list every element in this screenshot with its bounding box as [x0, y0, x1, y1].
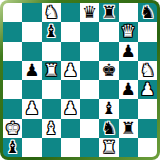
- square-h8[interactable]: ♞: [138, 3, 157, 22]
- piece-white-pawn[interactable]: ♟: [63, 61, 78, 78]
- piece-black-bishop[interactable]: ♝: [44, 23, 59, 40]
- square-c4[interactable]: [42, 80, 61, 99]
- chess-board: ♞♛♜♞♝♛♟♟♜♟♚♞♟♟♟♟♝♚♝♞♜♝♜: [3, 3, 157, 157]
- square-a1[interactable]: ♝: [3, 138, 22, 157]
- board-frame: ♞♛♜♞♝♛♟♟♜♟♚♞♟♟♟♟♝♚♝♞♜♝♜: [0, 0, 160, 160]
- square-d8[interactable]: [61, 3, 80, 22]
- square-e2[interactable]: [80, 119, 99, 138]
- square-f2[interactable]: ♞: [99, 119, 118, 138]
- square-a5[interactable]: [3, 61, 22, 80]
- square-d3[interactable]: ♟: [61, 99, 80, 118]
- square-e8[interactable]: ♛: [80, 3, 99, 22]
- square-e4[interactable]: [80, 80, 99, 99]
- square-a8[interactable]: [3, 3, 22, 22]
- square-e1[interactable]: [80, 138, 99, 157]
- square-d6[interactable]: [61, 42, 80, 61]
- piece-black-pawn[interactable]: ♟: [121, 42, 136, 59]
- square-b7[interactable]: [22, 22, 41, 41]
- square-c1[interactable]: [42, 138, 61, 157]
- piece-white-king[interactable]: ♚: [5, 119, 20, 136]
- square-b4[interactable]: [22, 80, 41, 99]
- square-c5[interactable]: ♜: [42, 61, 61, 80]
- piece-white-rook[interactable]: ♜: [44, 61, 59, 78]
- square-b3[interactable]: ♟: [22, 99, 41, 118]
- square-a4[interactable]: [3, 80, 22, 99]
- piece-black-bishop[interactable]: ♝: [101, 100, 116, 117]
- piece-black-queen[interactable]: ♛: [82, 4, 97, 21]
- square-c7[interactable]: ♝: [42, 22, 61, 41]
- square-f6[interactable]: [99, 42, 118, 61]
- square-b5[interactable]: ♟: [22, 61, 41, 80]
- piece-black-bishop[interactable]: ♝: [5, 138, 20, 155]
- piece-white-queen[interactable]: ♛: [121, 23, 136, 40]
- square-f4[interactable]: [99, 80, 118, 99]
- piece-white-bishop[interactable]: ♝: [44, 119, 59, 136]
- square-c3[interactable]: [42, 99, 61, 118]
- square-d1[interactable]: [61, 138, 80, 157]
- piece-black-pawn[interactable]: ♟: [121, 81, 136, 98]
- square-g3[interactable]: [119, 99, 138, 118]
- square-h1[interactable]: [138, 138, 157, 157]
- piece-white-pawn[interactable]: ♟: [24, 100, 39, 117]
- piece-black-knight[interactable]: ♞: [140, 4, 155, 21]
- square-c8[interactable]: ♞: [42, 3, 61, 22]
- piece-black-king[interactable]: ♚: [101, 61, 116, 78]
- square-d4[interactable]: [61, 80, 80, 99]
- piece-black-knight[interactable]: ♞: [101, 119, 116, 136]
- piece-black-pawn[interactable]: ♟: [24, 61, 39, 78]
- piece-white-rook[interactable]: ♜: [101, 138, 116, 155]
- square-g7[interactable]: ♛: [119, 22, 138, 41]
- square-g1[interactable]: [119, 138, 138, 157]
- square-f7[interactable]: [99, 22, 118, 41]
- square-a7[interactable]: [3, 22, 22, 41]
- square-a3[interactable]: [3, 99, 22, 118]
- square-h2[interactable]: [138, 119, 157, 138]
- square-e3[interactable]: [80, 99, 99, 118]
- square-a2[interactable]: ♚: [3, 119, 22, 138]
- square-f1[interactable]: ♜: [99, 138, 118, 157]
- square-h7[interactable]: [138, 22, 157, 41]
- piece-black-rook[interactable]: ♜: [121, 119, 136, 136]
- square-g5[interactable]: [119, 61, 138, 80]
- square-d5[interactable]: ♟: [61, 61, 80, 80]
- square-g8[interactable]: [119, 3, 138, 22]
- square-e5[interactable]: [80, 61, 99, 80]
- square-h5[interactable]: ♞: [138, 61, 157, 80]
- square-b1[interactable]: [22, 138, 41, 157]
- square-c2[interactable]: ♝: [42, 119, 61, 138]
- piece-white-knight[interactable]: ♞: [140, 61, 155, 78]
- square-b8[interactable]: [22, 3, 41, 22]
- square-c6[interactable]: [42, 42, 61, 61]
- square-b6[interactable]: [22, 42, 41, 61]
- piece-white-pawn[interactable]: ♟: [140, 81, 155, 98]
- square-h4[interactable]: ♟: [138, 80, 157, 99]
- square-e7[interactable]: [80, 22, 99, 41]
- square-h3[interactable]: [138, 99, 157, 118]
- square-g2[interactable]: ♜: [119, 119, 138, 138]
- square-h6[interactable]: [138, 42, 157, 61]
- piece-black-rook[interactable]: ♜: [101, 4, 116, 21]
- piece-white-knight[interactable]: ♞: [44, 4, 59, 21]
- square-d7[interactable]: [61, 22, 80, 41]
- square-g4[interactable]: ♟: [119, 80, 138, 99]
- square-d2[interactable]: [61, 119, 80, 138]
- square-f5[interactable]: ♚: [99, 61, 118, 80]
- square-e6[interactable]: [80, 42, 99, 61]
- square-f3[interactable]: ♝: [99, 99, 118, 118]
- piece-white-pawn[interactable]: ♟: [63, 100, 78, 117]
- square-f8[interactable]: ♜: [99, 3, 118, 22]
- square-a6[interactable]: [3, 42, 22, 61]
- square-b2[interactable]: [22, 119, 41, 138]
- square-g6[interactable]: ♟: [119, 42, 138, 61]
